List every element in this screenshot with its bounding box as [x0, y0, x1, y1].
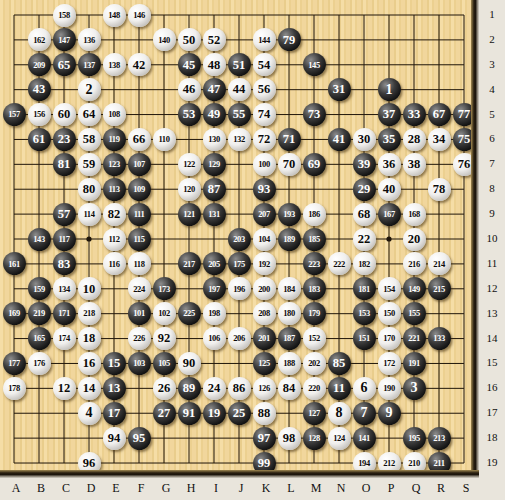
- stone-Q9: 168: [403, 203, 426, 226]
- stone-K12: 200: [253, 277, 276, 300]
- stone-P4: 1: [378, 78, 401, 101]
- column-label-R: R: [431, 481, 451, 496]
- board-edge-bottom: [0, 470, 479, 478]
- stone-F8: 109: [128, 178, 151, 201]
- stone-I2: 52: [203, 28, 226, 51]
- stone-M17: 127: [303, 402, 326, 425]
- stone-R6: 34: [428, 128, 451, 151]
- stone-F6: 66: [128, 128, 151, 151]
- stone-M11: 223: [303, 252, 326, 275]
- column-label-E: E: [106, 481, 126, 496]
- stone-M5: 73: [303, 103, 326, 126]
- stone-E1: 148: [103, 4, 126, 27]
- stone-F3: 42: [128, 53, 151, 76]
- stone-G14: 92: [153, 327, 176, 350]
- stone-F1: 146: [128, 4, 151, 27]
- stone-E9: 82: [103, 203, 126, 226]
- stone-E10: 112: [103, 228, 126, 251]
- column-label-S: S: [456, 481, 476, 496]
- stone-K17: 88: [253, 402, 276, 425]
- stone-O14: 151: [353, 327, 376, 350]
- row-label-16: 16: [479, 381, 505, 393]
- stone-O10: 22: [353, 228, 376, 251]
- stone-B15: 176: [28, 352, 51, 375]
- column-label-M: M: [306, 481, 326, 496]
- stone-G13: 102: [153, 302, 176, 325]
- go-game-diagram: 1581481461621471361405052144792096513713…: [0, 0, 505, 500]
- stone-R5: 67: [428, 103, 451, 126]
- stone-A13: 169: [3, 302, 26, 325]
- stone-L18: 98: [278, 427, 301, 450]
- stone-H11: 217: [178, 252, 201, 275]
- stone-D15: 16: [78, 352, 101, 375]
- stone-G6: 110: [153, 128, 176, 151]
- stone-F12: 224: [128, 277, 151, 300]
- stone-R8: 78: [428, 178, 451, 201]
- stone-C10: 117: [53, 228, 76, 251]
- stone-K9: 207: [253, 203, 276, 226]
- row-label-14: 14: [479, 332, 505, 344]
- row-label-15: 15: [479, 356, 505, 368]
- stone-K10: 104: [253, 228, 276, 251]
- stone-M13: 179: [303, 302, 326, 325]
- row-coordinate-strip: 12345678910111213141516171819: [479, 0, 505, 500]
- stone-O17: 7: [353, 402, 376, 425]
- stone-F13: 101: [128, 302, 151, 325]
- stone-N11: 222: [328, 252, 351, 275]
- stone-J4: 44: [228, 78, 251, 101]
- stone-Q11: 216: [403, 252, 426, 275]
- stone-K13: 208: [253, 302, 276, 325]
- stone-J10: 203: [228, 228, 251, 251]
- stone-E17: 17: [103, 402, 126, 425]
- stone-H5: 53: [178, 103, 201, 126]
- stone-D16: 14: [78, 377, 101, 400]
- stone-M14: 152: [303, 327, 326, 350]
- stone-K14: 201: [253, 327, 276, 350]
- stone-P12: 154: [378, 277, 401, 300]
- column-label-H: H: [181, 481, 201, 496]
- stone-H3: 45: [178, 53, 201, 76]
- stone-I14: 106: [203, 327, 226, 350]
- stone-Q6: 28: [403, 128, 426, 151]
- stone-O8: 29: [353, 178, 376, 201]
- stone-Q5: 33: [403, 103, 426, 126]
- row-label-10: 10: [479, 232, 505, 244]
- stone-C12: 134: [53, 277, 76, 300]
- board-edge-right: [471, 0, 479, 478]
- row-label-1: 1: [479, 8, 505, 20]
- stone-P15: 172: [378, 352, 401, 375]
- stone-K6: 72: [253, 128, 276, 151]
- stone-G2: 140: [153, 28, 176, 51]
- stone-E15: 15: [103, 352, 126, 375]
- stone-F15: 103: [128, 352, 151, 375]
- stone-D7: 59: [78, 153, 101, 176]
- stone-I4: 47: [203, 78, 226, 101]
- stone-M15: 202: [303, 352, 326, 375]
- row-label-3: 3: [479, 58, 505, 70]
- row-label-12: 12: [479, 282, 505, 294]
- stone-B6: 61: [28, 128, 51, 151]
- stone-J3: 51: [228, 53, 251, 76]
- stone-K3: 54: [253, 53, 276, 76]
- stone-D14: 18: [78, 327, 101, 350]
- column-label-B: B: [31, 481, 51, 496]
- stone-D5: 64: [78, 103, 101, 126]
- stone-P8: 40: [378, 178, 401, 201]
- stone-Q13: 155: [403, 302, 426, 325]
- stone-A15: 177: [3, 352, 26, 375]
- stone-M10: 185: [303, 228, 326, 251]
- stone-H7: 122: [178, 153, 201, 176]
- stone-I6: 130: [203, 128, 226, 151]
- stone-I13: 198: [203, 302, 226, 325]
- stone-L13: 180: [278, 302, 301, 325]
- row-label-7: 7: [479, 157, 505, 169]
- stone-O11: 182: [353, 252, 376, 275]
- stone-H16: 89: [178, 377, 201, 400]
- stone-D8: 80: [78, 178, 101, 201]
- stone-C5: 60: [53, 103, 76, 126]
- stone-O12: 181: [353, 277, 376, 300]
- stone-B13: 219: [28, 302, 51, 325]
- stone-P5: 37: [378, 103, 401, 126]
- stone-D3: 137: [78, 53, 101, 76]
- column-label-O: O: [356, 481, 376, 496]
- stone-E11: 116: [103, 252, 126, 275]
- column-label-A: A: [6, 481, 26, 496]
- column-label-C: C: [56, 481, 76, 496]
- stone-A16: 178: [3, 377, 26, 400]
- stone-A5: 157: [3, 103, 26, 126]
- row-label-19: 19: [479, 456, 505, 468]
- column-label-D: D: [81, 481, 101, 496]
- stone-E5: 108: [103, 103, 126, 126]
- stone-Q14: 221: [403, 327, 426, 350]
- stone-G16: 26: [153, 377, 176, 400]
- stone-J6: 132: [228, 128, 251, 151]
- stone-I7: 129: [203, 153, 226, 176]
- stone-K5: 74: [253, 103, 276, 126]
- row-label-11: 11: [479, 257, 505, 269]
- column-label-G: G: [156, 481, 176, 496]
- stone-N16: 11: [328, 377, 351, 400]
- stone-L10: 189: [278, 228, 301, 251]
- stone-Q7: 38: [403, 153, 426, 176]
- stone-I16: 24: [203, 377, 226, 400]
- stone-R14: 133: [428, 327, 451, 350]
- stone-O7: 39: [353, 153, 376, 176]
- stone-C14: 174: [53, 327, 76, 350]
- stone-K8: 93: [253, 178, 276, 201]
- stone-K4: 56: [253, 78, 276, 101]
- stone-O16: 6: [353, 377, 376, 400]
- stone-J17: 25: [228, 402, 251, 425]
- stone-N15: 85: [328, 352, 351, 375]
- stone-Q18: 195: [403, 427, 426, 450]
- stone-M3: 145: [303, 53, 326, 76]
- stone-D4: 2: [78, 78, 101, 101]
- stone-E6: 119: [103, 128, 126, 151]
- stone-B10: 143: [28, 228, 51, 251]
- stone-I11: 205: [203, 252, 226, 275]
- row-label-4: 4: [479, 83, 505, 95]
- stone-K18: 97: [253, 427, 276, 450]
- stone-M9: 186: [303, 203, 326, 226]
- stone-P6: 35: [378, 128, 401, 151]
- stone-R11: 214: [428, 252, 451, 275]
- stone-J12: 196: [228, 277, 251, 300]
- stone-J14: 206: [228, 327, 251, 350]
- stone-O6: 30: [353, 128, 376, 151]
- stone-M12: 183: [303, 277, 326, 300]
- stone-F18: 95: [128, 427, 151, 450]
- column-label-I: I: [206, 481, 226, 496]
- stone-C7: 81: [53, 153, 76, 176]
- stone-H15: 90: [178, 352, 201, 375]
- stone-I12: 197: [203, 277, 226, 300]
- stone-F11: 118: [128, 252, 151, 275]
- stone-C16: 12: [53, 377, 76, 400]
- stone-P17: 9: [378, 402, 401, 425]
- stone-M7: 69: [303, 153, 326, 176]
- stone-I17: 19: [203, 402, 226, 425]
- stone-L2: 79: [278, 28, 301, 51]
- stone-K7: 100: [253, 153, 276, 176]
- stone-G15: 105: [153, 352, 176, 375]
- stone-E7: 123: [103, 153, 126, 176]
- stone-F10: 115: [128, 228, 151, 251]
- stone-M18: 128: [303, 427, 326, 450]
- row-label-5: 5: [479, 108, 505, 120]
- row-label-18: 18: [479, 431, 505, 443]
- stone-G12: 173: [153, 277, 176, 300]
- stone-F7: 107: [128, 153, 151, 176]
- stone-B2: 162: [28, 28, 51, 51]
- stone-I9: 131: [203, 203, 226, 226]
- column-label-L: L: [281, 481, 301, 496]
- stone-C6: 23: [53, 128, 76, 151]
- go-board[interactable]: 1581481461621471361405052144792096513713…: [0, 0, 471, 470]
- stone-B3: 209: [28, 53, 51, 76]
- stone-O18: 141: [353, 427, 376, 450]
- stone-H8: 120: [178, 178, 201, 201]
- stone-H9: 121: [178, 203, 201, 226]
- stone-N17: 8: [328, 402, 351, 425]
- row-label-13: 13: [479, 307, 505, 319]
- stone-J5: 55: [228, 103, 251, 126]
- stone-E8: 113: [103, 178, 126, 201]
- stone-O13: 153: [353, 302, 376, 325]
- stone-P7: 36: [378, 153, 401, 176]
- stone-E16: 13: [103, 377, 126, 400]
- stone-K16: 126: [253, 377, 276, 400]
- stone-C1: 158: [53, 4, 76, 27]
- stone-C13: 171: [53, 302, 76, 325]
- stone-O9: 68: [353, 203, 376, 226]
- stone-H17: 91: [178, 402, 201, 425]
- stone-A11: 161: [3, 252, 26, 275]
- stone-L15: 188: [278, 352, 301, 375]
- stone-C3: 65: [53, 53, 76, 76]
- stone-B5: 156: [28, 103, 51, 126]
- stone-N6: 41: [328, 128, 351, 151]
- stone-H13: 225: [178, 302, 201, 325]
- column-label-P: P: [381, 481, 401, 496]
- stone-B12: 159: [28, 277, 51, 300]
- column-label-K: K: [256, 481, 276, 496]
- row-label-9: 9: [479, 207, 505, 219]
- stone-J11: 175: [228, 252, 251, 275]
- stone-L7: 70: [278, 153, 301, 176]
- stone-P9: 167: [378, 203, 401, 226]
- stone-B4: 43: [28, 78, 51, 101]
- stone-L6: 71: [278, 128, 301, 151]
- stone-P16: 190: [378, 377, 401, 400]
- stone-P13: 150: [378, 302, 401, 325]
- stone-P14: 170: [378, 327, 401, 350]
- row-label-6: 6: [479, 132, 505, 144]
- stone-E3: 138: [103, 53, 126, 76]
- stone-E18: 94: [103, 427, 126, 450]
- stone-D2: 136: [78, 28, 101, 51]
- stone-D9: 114: [78, 203, 101, 226]
- stone-I3: 48: [203, 53, 226, 76]
- stone-F9: 111: [128, 203, 151, 226]
- stone-I5: 49: [203, 103, 226, 126]
- row-label-8: 8: [479, 182, 505, 194]
- stone-C2: 147: [53, 28, 76, 51]
- stone-K11: 192: [253, 252, 276, 275]
- stone-H2: 50: [178, 28, 201, 51]
- stone-Q10: 20: [403, 228, 426, 251]
- stone-R18: 213: [428, 427, 451, 450]
- stone-L14: 187: [278, 327, 301, 350]
- column-label-F: F: [131, 481, 151, 496]
- stone-G17: 27: [153, 402, 176, 425]
- stone-D13: 218: [78, 302, 101, 325]
- stone-C9: 57: [53, 203, 76, 226]
- stone-N4: 31: [328, 78, 351, 101]
- stone-B14: 165: [28, 327, 51, 350]
- stone-R12: 215: [428, 277, 451, 300]
- stone-Q16: 3: [403, 377, 426, 400]
- stone-N18: 124: [328, 427, 351, 450]
- stone-D17: 4: [78, 402, 101, 425]
- column-label-N: N: [331, 481, 351, 496]
- stone-H4: 46: [178, 78, 201, 101]
- stone-L9: 193: [278, 203, 301, 226]
- stone-M16: 220: [303, 377, 326, 400]
- stone-K2: 144: [253, 28, 276, 51]
- column-label-J: J: [231, 481, 251, 496]
- stone-L16: 84: [278, 377, 301, 400]
- stone-D12: 10: [78, 277, 101, 300]
- column-coordinate-strip: ABCDEFGHIJKLMNOPQRS: [0, 478, 479, 500]
- stone-L12: 184: [278, 277, 301, 300]
- stone-J16: 86: [228, 377, 251, 400]
- stone-K15: 125: [253, 352, 276, 375]
- stone-Q15: 191: [403, 352, 426, 375]
- column-label-Q: Q: [406, 481, 426, 496]
- row-label-2: 2: [479, 33, 505, 45]
- stone-I8: 87: [203, 178, 226, 201]
- stone-D6: 58: [78, 128, 101, 151]
- stone-F14: 226: [128, 327, 151, 350]
- stone-Q12: 149: [403, 277, 426, 300]
- row-label-17: 17: [479, 406, 505, 418]
- stone-C11: 83: [53, 252, 76, 275]
